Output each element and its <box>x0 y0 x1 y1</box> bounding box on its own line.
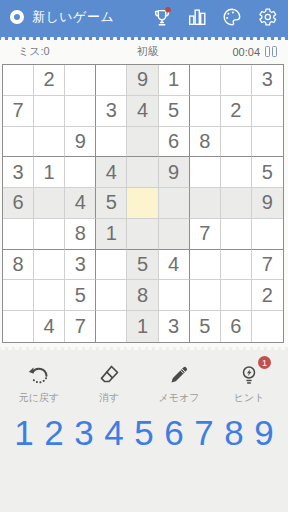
cell-r2c7[interactable] <box>190 96 221 127</box>
numpad-3[interactable]: 3 <box>70 415 98 450</box>
cell-r9c3[interactable]: 7 <box>65 311 96 342</box>
app-bar-icons <box>151 6 278 28</box>
cell-r8c2[interactable] <box>34 280 65 311</box>
cell-r6c4[interactable]: 1 <box>96 219 127 250</box>
toolbar: 元に戻す 消す メモオフ <box>0 353 288 407</box>
numpad-5[interactable]: 5 <box>130 415 158 450</box>
cell-r3c9[interactable] <box>252 127 283 158</box>
cell-r1c2[interactable]: 2 <box>34 65 65 96</box>
hint-bulb-icon: 1 <box>236 362 262 388</box>
mistakes-counter: ミス:0 <box>10 44 105 59</box>
cell-r7c3[interactable]: 3 <box>65 250 96 281</box>
cell-r7c4[interactable] <box>96 250 127 281</box>
cell-r8c6[interactable] <box>159 280 190 311</box>
eraser-icon <box>96 362 122 388</box>
stats-icon[interactable] <box>186 6 208 28</box>
pause-icon[interactable] <box>264 45 278 58</box>
cell-r6c3[interactable]: 8 <box>65 219 96 250</box>
cell-r3c6[interactable]: 6 <box>159 127 190 158</box>
cell-r7c9[interactable]: 7 <box>252 250 283 281</box>
sudoku-grid: 29137345296831495645981783547582471356 <box>2 64 284 343</box>
cell-r3c4[interactable] <box>96 127 127 158</box>
cell-r5c2[interactable] <box>34 188 65 219</box>
cell-r4c5[interactable] <box>127 157 158 188</box>
memo-label: メモオフ <box>159 391 200 405</box>
cell-r2c4[interactable]: 3 <box>96 96 127 127</box>
status-bar: ミス:0 初級 00:04 <box>0 40 288 63</box>
erase-button[interactable]: 消す <box>77 362 141 405</box>
cell-r8c7[interactable] <box>190 280 221 311</box>
cell-r9c7[interactable]: 5 <box>190 311 221 342</box>
cell-r8c9[interactable]: 2 <box>252 280 283 311</box>
cell-r5c8[interactable] <box>221 188 252 219</box>
trophy-icon[interactable] <box>151 6 173 28</box>
cell-r5c9[interactable]: 9 <box>252 188 283 219</box>
cell-r5c3[interactable]: 4 <box>65 188 96 219</box>
hint-button[interactable]: 1 ヒント <box>217 362 281 405</box>
cell-r4c4[interactable]: 4 <box>96 157 127 188</box>
cell-r1c8[interactable] <box>221 65 252 96</box>
cell-r6c7[interactable]: 7 <box>190 219 221 250</box>
numpad-8[interactable]: 8 <box>220 415 248 450</box>
app-bar-title: 新しいゲーム <box>32 8 114 26</box>
cell-r3c8[interactable] <box>221 127 252 158</box>
cell-r3c7[interactable]: 8 <box>190 127 221 158</box>
cell-r1c6[interactable]: 1 <box>159 65 190 96</box>
difficulty-label: 初級 <box>105 44 192 59</box>
numpad-9[interactable]: 9 <box>250 415 278 450</box>
cell-r9c1[interactable] <box>3 311 34 342</box>
settings-icon[interactable] <box>256 6 278 28</box>
cell-r8c8[interactable] <box>221 280 252 311</box>
cell-r2c8[interactable]: 2 <box>221 96 252 127</box>
app-bar: 新しいゲーム <box>0 0 288 34</box>
cell-r2c3[interactable] <box>65 96 96 127</box>
hint-badge: 1 <box>258 356 271 369</box>
cell-r3c5[interactable] <box>127 127 158 158</box>
undo-label: 元に戻す <box>19 391 59 405</box>
cell-r6c5[interactable] <box>127 219 158 250</box>
cell-r9c5[interactable]: 1 <box>127 311 158 342</box>
cell-r8c4[interactable] <box>96 280 127 311</box>
cell-r6c8[interactable] <box>221 219 252 250</box>
numpad-6[interactable]: 6 <box>160 415 188 450</box>
cell-r7c6[interactable]: 4 <box>159 250 190 281</box>
palette-icon[interactable] <box>221 6 243 28</box>
cell-r4c3[interactable] <box>65 157 96 188</box>
cell-r1c7[interactable] <box>190 65 221 96</box>
cell-r2c5[interactable]: 4 <box>127 96 158 127</box>
cell-r3c2[interactable] <box>34 127 65 158</box>
cell-r5c1[interactable]: 6 <box>3 188 34 219</box>
record-circle-icon <box>10 10 24 24</box>
cell-r1c9[interactable]: 3 <box>252 65 283 96</box>
erase-label: 消す <box>99 391 119 405</box>
cell-r4c7[interactable] <box>190 157 221 188</box>
undo-button[interactable]: 元に戻す <box>7 362 71 405</box>
board-area: 29137345296831495645981783547582471356 <box>0 63 288 347</box>
cell-r4c8[interactable] <box>221 157 252 188</box>
cell-r6c9[interactable] <box>252 219 283 250</box>
memo-pencil-icon <box>166 362 192 388</box>
numpad-1[interactable]: 1 <box>10 415 38 450</box>
cell-r7c1[interactable]: 8 <box>3 250 34 281</box>
cell-r4c1[interactable]: 3 <box>3 157 34 188</box>
cell-r7c8[interactable] <box>221 250 252 281</box>
cell-r9c9[interactable] <box>252 311 283 342</box>
cell-r2c6[interactable]: 5 <box>159 96 190 127</box>
undo-icon <box>26 362 52 388</box>
cell-r6c1[interactable] <box>3 219 34 250</box>
cell-r3c3[interactable]: 9 <box>65 127 96 158</box>
cell-r2c9[interactable] <box>252 96 283 127</box>
numpad-2[interactable]: 2 <box>40 415 68 450</box>
cell-r1c5[interactable]: 9 <box>127 65 158 96</box>
cell-r9c6[interactable]: 3 <box>159 311 190 342</box>
cell-r1c4[interactable] <box>96 65 127 96</box>
cell-r2c1[interactable]: 7 <box>3 96 34 127</box>
cell-r4c6[interactable]: 9 <box>159 157 190 188</box>
numpad-4[interactable]: 4 <box>100 415 128 450</box>
cell-r6c6[interactable] <box>159 219 190 250</box>
cell-r8c3[interactable]: 5 <box>65 280 96 311</box>
cell-r7c2[interactable] <box>34 250 65 281</box>
cell-r8c5[interactable]: 8 <box>127 280 158 311</box>
cell-r4c2[interactable]: 1 <box>34 157 65 188</box>
hint-label: ヒント <box>234 391 265 405</box>
cell-r5c5[interactable] <box>127 188 158 219</box>
cell-r5c7[interactable] <box>190 188 221 219</box>
cell-r1c1[interactable] <box>3 65 34 96</box>
cell-r7c7[interactable] <box>190 250 221 281</box>
cell-r9c4[interactable] <box>96 311 127 342</box>
timer: 00:04 <box>232 46 260 58</box>
memo-button[interactable]: メモオフ <box>147 362 211 405</box>
numpad-7[interactable]: 7 <box>190 415 218 450</box>
new-game-button[interactable]: 新しいゲーム <box>10 8 151 26</box>
cell-r8c1[interactable] <box>3 280 34 311</box>
cell-r7c5[interactable]: 5 <box>127 250 158 281</box>
number-pad: 123456789 <box>0 407 288 450</box>
sudoku-app-screen: 新しいゲーム <box>0 0 288 512</box>
cell-r3c1[interactable] <box>3 127 34 158</box>
cell-r4c9[interactable]: 5 <box>252 157 283 188</box>
cell-r6c2[interactable] <box>34 219 65 250</box>
cell-r5c6[interactable] <box>159 188 190 219</box>
cell-r9c8[interactable]: 6 <box>221 311 252 342</box>
cell-r9c2[interactable]: 4 <box>34 311 65 342</box>
cell-r2c2[interactable] <box>34 96 65 127</box>
cell-r1c3[interactable] <box>65 65 96 96</box>
cell-r5c4[interactable]: 5 <box>96 188 127 219</box>
